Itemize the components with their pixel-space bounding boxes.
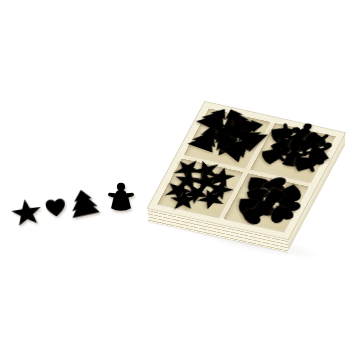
loose-ornaments	[0, 0, 350, 350]
gingerbread-man-ornament	[104, 179, 138, 215]
product-photo-stage	[0, 0, 350, 350]
tree-ornament	[64, 184, 103, 222]
